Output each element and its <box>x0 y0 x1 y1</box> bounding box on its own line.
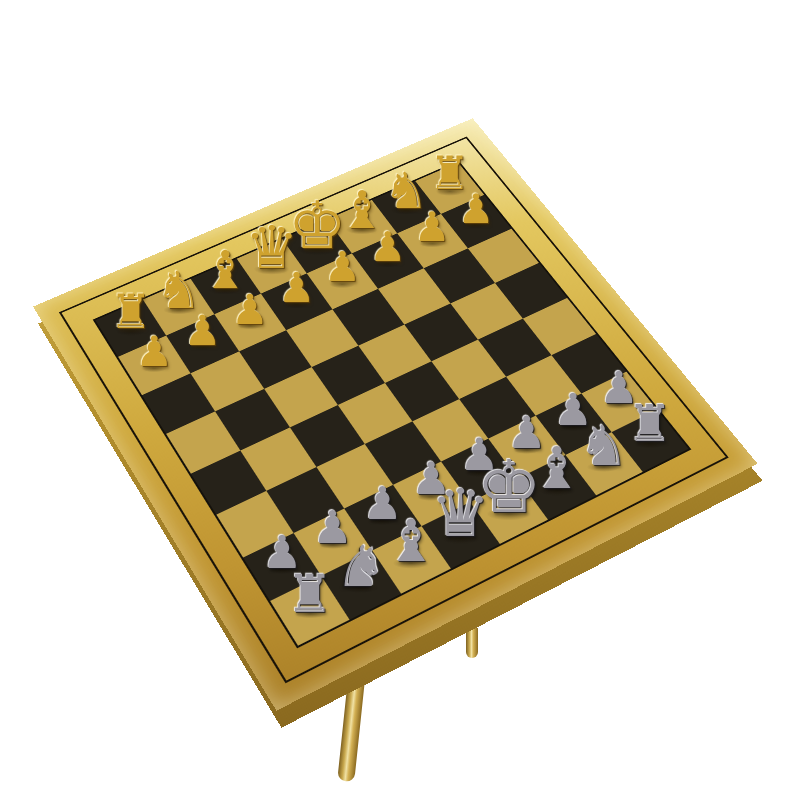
chess-board-grid <box>93 161 692 649</box>
table-leg-back <box>466 628 478 658</box>
product-photo-scene: ♜♞♝♛♚♝♞♜♟♟♟♟♟♟♟♟♟♟♟♟♟♟♟♟♜♞♝♛♚♝♞♜ <box>0 0 800 800</box>
board-margin-panel <box>59 136 729 683</box>
table-top-frame <box>33 118 758 710</box>
